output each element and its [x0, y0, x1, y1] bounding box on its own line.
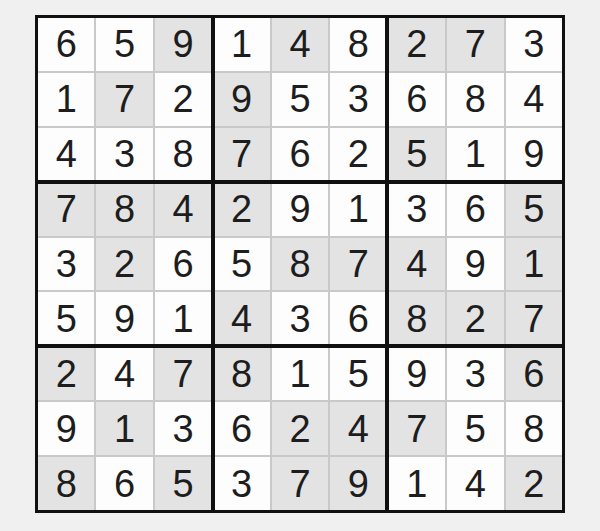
sudoku-cell-r3c7[interactable]: 5: [389, 128, 445, 181]
sudoku-cell-r1c8[interactable]: 7: [447, 18, 503, 71]
sudoku-cell-r7c4[interactable]: 8: [213, 347, 269, 400]
sudoku-cell-r1c5[interactable]: 4: [272, 18, 328, 71]
sudoku-cell-r6c6[interactable]: 6: [330, 292, 386, 345]
sudoku-cell-r8c1[interactable]: 9: [38, 402, 94, 455]
sudoku-cell-r3c8[interactable]: 1: [447, 128, 503, 181]
sudoku-cell-r1c9[interactable]: 3: [506, 18, 562, 71]
sudoku-cell-r2c8[interactable]: 8: [447, 73, 503, 126]
sudoku-cell-r3c1[interactable]: 4: [38, 128, 94, 181]
sudoku-cell-r2c6[interactable]: 3: [330, 73, 386, 126]
sudoku-cell-r8c8[interactable]: 5: [447, 402, 503, 455]
sudoku-cell-r1c3[interactable]: 9: [155, 18, 211, 71]
sudoku-cell-r3c5[interactable]: 6: [272, 128, 328, 181]
sudoku-cell-r7c1[interactable]: 2: [38, 347, 94, 400]
sudoku-cell-r9c1[interactable]: 8: [38, 457, 94, 510]
sudoku-cell-r1c4[interactable]: 1: [213, 18, 269, 71]
sudoku-cell-r3c9[interactable]: 9: [506, 128, 562, 181]
sudoku-cell-r8c6[interactable]: 4: [330, 402, 386, 455]
sudoku-cell-r2c2[interactable]: 7: [96, 73, 152, 126]
sudoku-cell-r6c4[interactable]: 4: [213, 292, 269, 345]
sudoku-cell-r2c3[interactable]: 2: [155, 73, 211, 126]
sudoku-cell-r1c6[interactable]: 8: [330, 18, 386, 71]
sudoku-cell-r5c7[interactable]: 4: [389, 238, 445, 291]
sudoku-cell-r7c5[interactable]: 1: [272, 347, 328, 400]
sudoku-cell-r7c6[interactable]: 5: [330, 347, 386, 400]
sudoku-cell-r6c1[interactable]: 5: [38, 292, 94, 345]
sudoku-cell-r8c7[interactable]: 7: [389, 402, 445, 455]
sudoku-cell-r3c3[interactable]: 8: [155, 128, 211, 181]
sudoku-cell-r4c3[interactable]: 4: [155, 183, 211, 236]
sudoku-cell-r8c5[interactable]: 2: [272, 402, 328, 455]
sudoku-cell-r5c2[interactable]: 2: [96, 238, 152, 291]
sudoku-cell-r3c4[interactable]: 7: [213, 128, 269, 181]
sudoku-cell-r6c9[interactable]: 7: [506, 292, 562, 345]
sudoku-cell-r7c3[interactable]: 7: [155, 347, 211, 400]
sudoku-cell-r2c1[interactable]: 1: [38, 73, 94, 126]
sudoku-cell-r4c9[interactable]: 5: [506, 183, 562, 236]
sudoku-cell-r9c3[interactable]: 5: [155, 457, 211, 510]
sudoku-cell-r5c6[interactable]: 7: [330, 238, 386, 291]
sudoku-cell-r9c2[interactable]: 6: [96, 457, 152, 510]
sudoku-cell-r2c7[interactable]: 6: [389, 73, 445, 126]
sudoku-cell-r9c6[interactable]: 9: [330, 457, 386, 510]
sudoku-cell-r8c3[interactable]: 3: [155, 402, 211, 455]
sudoku-cell-r9c4[interactable]: 3: [213, 457, 269, 510]
sudoku-cell-r4c1[interactable]: 7: [38, 183, 94, 236]
sudoku-cell-r4c2[interactable]: 8: [96, 183, 152, 236]
sudoku-cell-r6c8[interactable]: 2: [447, 292, 503, 345]
sudoku-cell-r7c7[interactable]: 9: [389, 347, 445, 400]
sudoku-cell-r8c4[interactable]: 6: [213, 402, 269, 455]
sudoku-cell-r5c9[interactable]: 1: [506, 238, 562, 291]
sudoku-cell-r9c9[interactable]: 2: [506, 457, 562, 510]
sudoku-cell-r9c5[interactable]: 7: [272, 457, 328, 510]
sudoku-cell-r1c7[interactable]: 2: [389, 18, 445, 71]
sudoku-cell-r2c9[interactable]: 4: [506, 73, 562, 126]
sudoku-cell-r8c2[interactable]: 1: [96, 402, 152, 455]
sudoku-cell-r3c2[interactable]: 3: [96, 128, 152, 181]
sudoku-cell-r4c7[interactable]: 3: [389, 183, 445, 236]
sudoku-cell-r5c5[interactable]: 8: [272, 238, 328, 291]
sudoku-cell-r5c3[interactable]: 6: [155, 238, 211, 291]
sudoku-cell-r6c2[interactable]: 9: [96, 292, 152, 345]
sudoku-cell-r8c9[interactable]: 8: [506, 402, 562, 455]
sudoku-cell-r7c9[interactable]: 6: [506, 347, 562, 400]
sudoku-cell-r9c8[interactable]: 4: [447, 457, 503, 510]
sudoku-cell-r6c3[interactable]: 1: [155, 292, 211, 345]
sudoku-cell-r4c4[interactable]: 2: [213, 183, 269, 236]
sudoku-cell-r5c4[interactable]: 5: [213, 238, 269, 291]
sudoku-cell-r4c6[interactable]: 1: [330, 183, 386, 236]
sudoku-grid: 6591482731729536844387625197842913653265…: [38, 18, 562, 510]
sudoku-cell-r2c4[interactable]: 9: [213, 73, 269, 126]
sudoku-cell-r4c8[interactable]: 6: [447, 183, 503, 236]
sudoku-cell-r2c5[interactable]: 5: [272, 73, 328, 126]
sudoku-cell-r4c5[interactable]: 9: [272, 183, 328, 236]
sudoku-cell-r1c1[interactable]: 6: [38, 18, 94, 71]
sudoku-cell-r5c8[interactable]: 9: [447, 238, 503, 291]
sudoku-cell-r6c5[interactable]: 3: [272, 292, 328, 345]
sudoku-cell-r5c1[interactable]: 3: [38, 238, 94, 291]
sudoku-cell-r7c8[interactable]: 3: [447, 347, 503, 400]
sudoku-cell-r3c6[interactable]: 2: [330, 128, 386, 181]
sudoku-cell-r7c2[interactable]: 4: [96, 347, 152, 400]
sudoku-cell-r6c7[interactable]: 8: [389, 292, 445, 345]
sudoku-cell-r1c2[interactable]: 5: [96, 18, 152, 71]
sudoku-board: 6591482731729536844387625197842913653265…: [35, 15, 565, 513]
sudoku-cell-r9c7[interactable]: 1: [389, 457, 445, 510]
